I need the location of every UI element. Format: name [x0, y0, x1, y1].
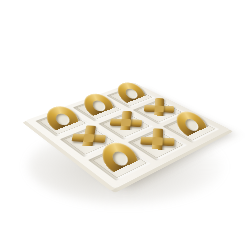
cross-center: [152, 137, 163, 145]
ring-hole: [123, 87, 140, 100]
ring-hole: [109, 149, 130, 168]
cross-center: [154, 105, 163, 112]
x-piece-brass-cross: [137, 126, 177, 157]
cross-center: [121, 119, 131, 127]
x-piece-brass-cross: [141, 96, 176, 122]
cross-center: [83, 134, 94, 142]
ring-hole: [53, 112, 72, 127]
product-photo-scene: [0, 0, 250, 250]
ring-hole: [90, 99, 108, 113]
ring-hole: [183, 117, 202, 132]
o-piece-brass-ring: [170, 108, 213, 144]
